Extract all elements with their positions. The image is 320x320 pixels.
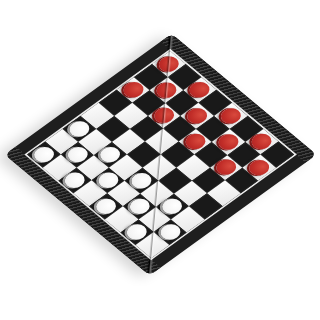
checkers-board	[24, 49, 297, 260]
travel-checkers-product-photo	[0, 0, 320, 320]
board-frame	[5, 34, 317, 276]
